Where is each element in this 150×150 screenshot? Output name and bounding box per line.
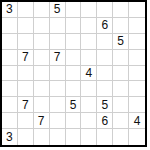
cell-r1c7[interactable] <box>97 2 113 18</box>
clue-cell-r1c4[interactable]: 5 <box>50 2 66 18</box>
cell-r8c8[interactable] <box>113 113 129 129</box>
cell-r5c5[interactable] <box>66 66 82 82</box>
clue-cell-r1c1[interactable]: 3 <box>2 2 18 18</box>
cell-r7c4[interactable] <box>50 97 66 113</box>
cell-r2c3[interactable] <box>34 18 50 34</box>
cell-r4c3[interactable] <box>34 50 50 66</box>
cell-r7c1[interactable] <box>2 97 18 113</box>
cell-r9c3[interactable] <box>34 129 50 145</box>
cell-r4c8[interactable] <box>113 50 129 66</box>
cell-r4c6[interactable] <box>81 50 97 66</box>
cell-r6c5[interactable] <box>66 81 82 97</box>
cell-r7c9[interactable] <box>129 97 145 113</box>
clue-cell-r8c9[interactable]: 4 <box>129 113 145 129</box>
clue-cell-r3c8[interactable]: 5 <box>113 34 129 50</box>
cell-r5c2[interactable] <box>18 66 34 82</box>
cell-r6c2[interactable] <box>18 81 34 97</box>
cell-r7c8[interactable] <box>113 97 129 113</box>
cell-r6c4[interactable] <box>50 81 66 97</box>
cell-r6c6[interactable] <box>81 81 97 97</box>
cell-r9c9[interactable] <box>129 129 145 145</box>
cell-r1c9[interactable] <box>129 2 145 18</box>
cell-r3c6[interactable] <box>81 34 97 50</box>
cell-r8c4[interactable] <box>50 113 66 129</box>
cell-r9c5[interactable] <box>66 129 82 145</box>
cell-r1c3[interactable] <box>34 2 50 18</box>
cell-r2c6[interactable] <box>81 18 97 34</box>
cell-r3c1[interactable] <box>2 34 18 50</box>
cell-r2c2[interactable] <box>18 18 34 34</box>
cell-r2c4[interactable] <box>50 18 66 34</box>
clue-cell-r4c2[interactable]: 7 <box>18 50 34 66</box>
cell-r3c4[interactable] <box>50 34 66 50</box>
cell-r5c7[interactable] <box>97 66 113 82</box>
cell-r8c5[interactable] <box>66 113 82 129</box>
cell-r3c7[interactable] <box>97 34 113 50</box>
cell-r9c2[interactable] <box>18 129 34 145</box>
cell-r3c3[interactable] <box>34 34 50 50</box>
clue-cell-r4c4[interactable]: 7 <box>50 50 66 66</box>
cell-r1c2[interactable] <box>18 2 34 18</box>
cell-r8c2[interactable] <box>18 113 34 129</box>
cell-r6c1[interactable] <box>2 81 18 97</box>
cell-r7c6[interactable] <box>81 97 97 113</box>
cell-r1c6[interactable] <box>81 2 97 18</box>
cell-r5c1[interactable] <box>2 66 18 82</box>
cell-r6c9[interactable] <box>129 81 145 97</box>
cell-r5c8[interactable] <box>113 66 129 82</box>
cell-r5c9[interactable] <box>129 66 145 82</box>
cell-r9c6[interactable] <box>81 129 97 145</box>
cell-r2c8[interactable] <box>113 18 129 34</box>
cell-r2c9[interactable] <box>129 18 145 34</box>
cell-r6c3[interactable] <box>34 81 50 97</box>
puzzle-grid: 35657747557643 <box>0 0 147 147</box>
cell-r1c8[interactable] <box>113 2 129 18</box>
clue-cell-r5c6[interactable]: 4 <box>81 66 97 82</box>
clue-cell-r8c7[interactable]: 6 <box>97 113 113 129</box>
cell-r6c8[interactable] <box>113 81 129 97</box>
cell-r5c4[interactable] <box>50 66 66 82</box>
clue-cell-r8c3[interactable]: 7 <box>34 113 50 129</box>
cell-r4c7[interactable] <box>97 50 113 66</box>
cell-r3c5[interactable] <box>66 34 82 50</box>
cell-r9c7[interactable] <box>97 129 113 145</box>
cell-r3c9[interactable] <box>129 34 145 50</box>
cell-r7c3[interactable] <box>34 97 50 113</box>
cell-r4c9[interactable] <box>129 50 145 66</box>
cell-r4c5[interactable] <box>66 50 82 66</box>
cell-r8c1[interactable] <box>2 113 18 129</box>
clue-cell-r7c7[interactable]: 5 <box>97 97 113 113</box>
cell-r5c3[interactable] <box>34 66 50 82</box>
cell-r1c5[interactable] <box>66 2 82 18</box>
clue-cell-r7c2[interactable]: 7 <box>18 97 34 113</box>
cell-r9c8[interactable] <box>113 129 129 145</box>
cell-r6c7[interactable] <box>97 81 113 97</box>
cell-r8c6[interactable] <box>81 113 97 129</box>
clue-cell-r9c1[interactable]: 3 <box>2 129 18 145</box>
clue-cell-r2c7[interactable]: 6 <box>97 18 113 34</box>
cell-r3c2[interactable] <box>18 34 34 50</box>
cell-r2c5[interactable] <box>66 18 82 34</box>
cell-r9c4[interactable] <box>50 129 66 145</box>
cell-r2c1[interactable] <box>2 18 18 34</box>
clue-cell-r7c5[interactable]: 5 <box>66 97 82 113</box>
cell-r4c1[interactable] <box>2 50 18 66</box>
